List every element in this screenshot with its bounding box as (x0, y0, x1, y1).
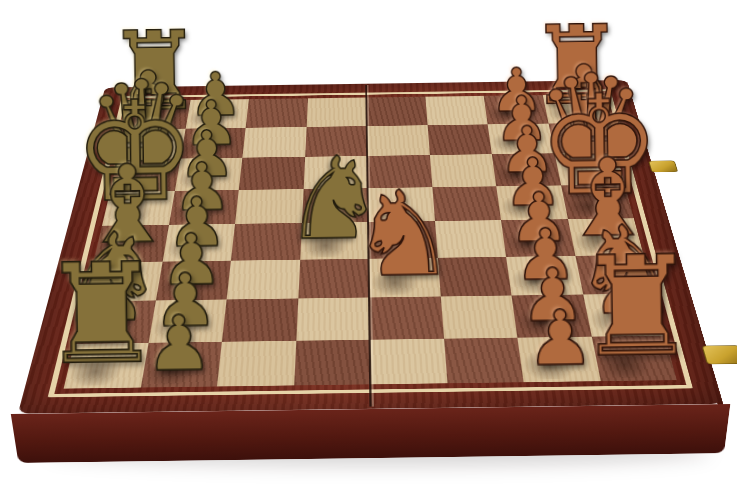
knight-icon: ♞ (350, 175, 457, 294)
pawn-icon: ♟ (144, 306, 213, 383)
piece-copper-knight-f5[interactable]: ♞ (369, 257, 441, 297)
piece-brass-rook-h1[interactable]: ♜ (64, 342, 149, 388)
product-photo-scene: ♜♝♛♚♝♞♜♟♟♟♟♟♟♟♟♞♜♝♛♚♝♞♜♟♟♟♟♟♟♟♟♞ (0, 0, 737, 487)
box-front-side (11, 404, 731, 463)
pawn-icon: ♟ (526, 301, 595, 378)
piece-brass-pawn-h2[interactable]: ♟ (140, 341, 222, 387)
piece-copper-pawn-h7[interactable]: ♟ (517, 336, 600, 382)
piece-copper-rook-h8[interactable]: ♜ (591, 335, 677, 381)
chess-board: ♜♝♛♚♝♞♜♟♟♟♟♟♟♟♟♞♜♝♛♚♝♞♜♟♟♟♟♟♟♟♟♞ (18, 80, 724, 414)
